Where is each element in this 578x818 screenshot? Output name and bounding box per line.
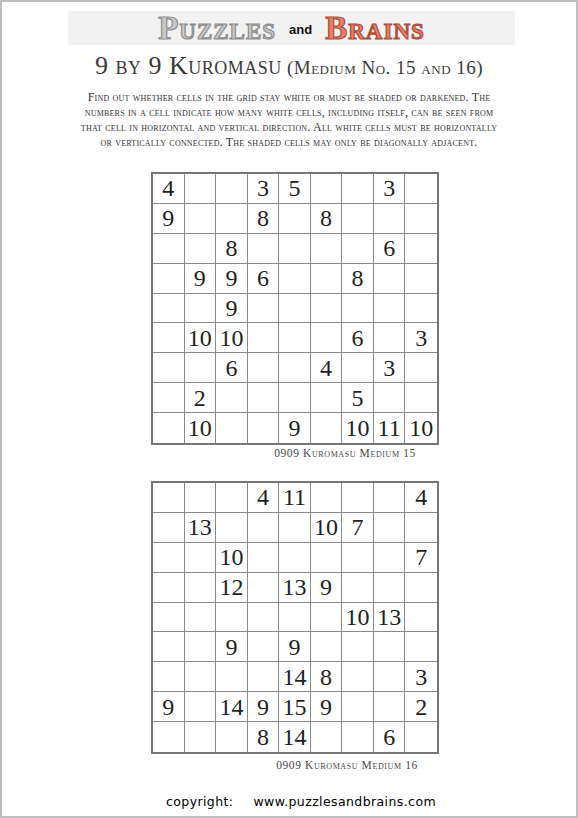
p16-cell-r4c8[interactable]: [374, 573, 406, 603]
p15-cell-r5c8[interactable]: [374, 294, 406, 324]
p16-cell-r1c2[interactable]: [185, 483, 217, 513]
p15-cell-r4c6[interactable]: [311, 264, 343, 294]
p16-cell-r6c6[interactable]: [311, 632, 343, 662]
p16-cell-r2c7[interactable]: 7: [342, 513, 374, 543]
p16-cell-r3c1[interactable]: [153, 543, 185, 573]
p15-cell-r6c7[interactable]: 6: [342, 323, 374, 353]
p15-cell-r9c8[interactable]: 11: [374, 413, 406, 443]
p15-cell-r7c3[interactable]: 6: [216, 353, 248, 383]
p15-cell-r8c7[interactable]: 5: [342, 383, 374, 413]
p15-cell-r6c1[interactable]: [153, 323, 185, 353]
p16-cell-r7c5[interactable]: 14: [279, 662, 311, 692]
p15-cell-r6c4[interactable]: [248, 323, 280, 353]
p16-cell-r4c3[interactable]: 12: [216, 573, 248, 603]
p15-cell-r9c9[interactable]: 10: [405, 413, 437, 443]
p15-cell-r3c8[interactable]: 6: [374, 234, 406, 264]
logo-and-text: and: [289, 20, 312, 37]
p15-cell-r3c4[interactable]: [248, 234, 280, 264]
p15-cell-r2c8[interactable]: [374, 204, 406, 234]
p15-cell-r1c6[interactable]: [311, 174, 343, 204]
p15-cell-r6c2[interactable]: 10: [185, 323, 217, 353]
p16-cell-r7c6[interactable]: 8: [311, 662, 343, 692]
p16-cell-r3c7[interactable]: [342, 543, 374, 573]
p16-cell-r9c4[interactable]: 8: [248, 722, 280, 752]
p15-cell-r6c9[interactable]: 3: [405, 323, 437, 353]
p15-cell-r3c7[interactable]: [342, 234, 374, 264]
p15-cell-r1c4[interactable]: 3: [248, 174, 280, 204]
p15-cell-r7c5[interactable]: [279, 353, 311, 383]
p16-cell-r2c6[interactable]: 10: [311, 513, 343, 543]
p16-cell-r2c3[interactable]: [216, 513, 248, 543]
title-main: 9 by 9 Kuromasu: [95, 51, 282, 80]
p15-cell-r6c5[interactable]: [279, 323, 311, 353]
p16-cell-r8c6[interactable]: 9: [311, 692, 343, 722]
p16-cell-r8c9[interactable]: 2: [405, 692, 437, 722]
p15-cell-r7c6[interactable]: 4: [311, 353, 343, 383]
p16-cell-r4c9[interactable]: [405, 573, 437, 603]
page: Puzzles and Brains 9 by 9 Kuromasu (Medi…: [0, 0, 578, 818]
p15-cell-r2c9[interactable]: [405, 204, 437, 234]
p15-cell-r8c1[interactable]: [153, 383, 185, 413]
p16-cell-r4c2[interactable]: [185, 573, 217, 603]
p16-cell-r7c1[interactable]: [153, 662, 185, 692]
p16-cell-r3c3[interactable]: 10: [216, 543, 248, 573]
p15-cell-r7c8[interactable]: 3: [374, 353, 406, 383]
puzzle-caption-16: 0909 Kuromasu Medium 16: [276, 759, 418, 771]
site-url: www.puzzlesandbrains.com: [253, 794, 436, 809]
p15-cell-r8c3[interactable]: [216, 383, 248, 413]
logo-brains-text: Brains: [325, 12, 425, 45]
p16-cell-r9c6[interactable]: [311, 722, 343, 752]
p16-cell-r6c9[interactable]: [405, 632, 437, 662]
p15-cell-r3c2[interactable]: [185, 234, 217, 264]
p16-cell-r4c1[interactable]: [153, 573, 185, 603]
p15-cell-r4c1[interactable]: [153, 264, 185, 294]
p15-cell-r1c9[interactable]: [405, 174, 437, 204]
p15-cell-r7c4[interactable]: [248, 353, 280, 383]
p16-cell-r1c4[interactable]: 4: [248, 483, 280, 513]
p16-cell-r9c7[interactable]: [342, 722, 374, 752]
p15-cell-r4c3[interactable]: 9: [216, 264, 248, 294]
p15-cell-r8c2[interactable]: 2: [185, 383, 217, 413]
p15-cell-r3c3[interactable]: 8: [216, 234, 248, 264]
instruction-line-3: that cell in horizontal and vertical dir…: [9, 120, 569, 135]
p16-cell-r4c4[interactable]: [248, 573, 280, 603]
p15-cell-r1c5[interactable]: 5: [279, 174, 311, 204]
p16-cell-r4c5[interactable]: 13: [279, 573, 311, 603]
p16-cell-r8c7[interactable]: [342, 692, 374, 722]
p16-cell-r3c8[interactable]: [374, 543, 406, 573]
p16-cell-r4c7[interactable]: [342, 573, 374, 603]
p15-cell-r8c8[interactable]: [374, 383, 406, 413]
p15-cell-r4c2[interactable]: 9: [185, 264, 217, 294]
p16-cell-r7c7[interactable]: [342, 662, 374, 692]
p15-cell-r9c5[interactable]: 9: [279, 413, 311, 443]
p16-cell-r5c4[interactable]: [248, 603, 280, 633]
p16-cell-r3c9[interactable]: 7: [405, 543, 437, 573]
p16-cell-r6c8[interactable]: [374, 632, 406, 662]
p16-cell-r9c2[interactable]: [185, 722, 217, 752]
p16-cell-r8c4[interactable]: 9: [248, 692, 280, 722]
p15-cell-r9c4[interactable]: [248, 413, 280, 443]
p15-cell-r4c9[interactable]: [405, 264, 437, 294]
p16-cell-r2c4[interactable]: [248, 513, 280, 543]
p15-cell-r9c3[interactable]: [216, 413, 248, 443]
p16-cell-r4c6[interactable]: 9: [311, 573, 343, 603]
p16-cell-r6c3[interactable]: 9: [216, 632, 248, 662]
p15-cell-r3c9[interactable]: [405, 234, 437, 264]
instruction-line-4: or vertically connected. The shaded cell…: [9, 135, 569, 150]
p15-cell-r4c5[interactable]: [279, 264, 311, 294]
p15-cell-r9c6[interactable]: [311, 413, 343, 443]
p15-cell-r9c7[interactable]: 10: [342, 413, 374, 443]
p15-cell-r2c1[interactable]: 9: [153, 204, 185, 234]
header-banner: Puzzles and Brains: [68, 11, 515, 45]
p16-cell-r9c8[interactable]: 6: [374, 722, 406, 752]
page-title: 9 by 9 Kuromasu (Medium No. 15 and 16): [2, 51, 576, 81]
p16-cell-r1c6[interactable]: [311, 483, 343, 513]
p15-cell-r8c4[interactable]: [248, 383, 280, 413]
p16-cell-r3c2[interactable]: [185, 543, 217, 573]
p15-cell-r1c2[interactable]: [185, 174, 217, 204]
p15-cell-r9c2[interactable]: 10: [185, 413, 217, 443]
p15-cell-r1c3[interactable]: [216, 174, 248, 204]
p15-cell-r4c8[interactable]: [374, 264, 406, 294]
p15-cell-r4c7[interactable]: 8: [342, 264, 374, 294]
p15-cell-r8c9[interactable]: [405, 383, 437, 413]
p16-cell-r6c7[interactable]: [342, 632, 374, 662]
p15-cell-r9c1[interactable]: [153, 413, 185, 443]
p16-cell-r7c9[interactable]: 3: [405, 662, 437, 692]
p15-cell-r7c9[interactable]: [405, 353, 437, 383]
instruction-line-1: Find out whether cells in the grid stay …: [9, 90, 569, 105]
p15-cell-r3c1[interactable]: [153, 234, 185, 264]
p16-cell-r1c3[interactable]: [216, 483, 248, 513]
p15-cell-r5c6[interactable]: [311, 294, 343, 324]
p16-cell-r8c5[interactable]: 15: [279, 692, 311, 722]
p15-cell-r6c8[interactable]: [374, 323, 406, 353]
p15-cell-r6c3[interactable]: 10: [216, 323, 248, 353]
p16-cell-r2c2[interactable]: 13: [185, 513, 217, 543]
p16-cell-r2c9[interactable]: [405, 513, 437, 543]
logo-puzzles-text: Puzzles: [158, 12, 276, 45]
p15-cell-r5c4[interactable]: [248, 294, 280, 324]
p16-cell-r1c9[interactable]: 4: [405, 483, 437, 513]
p15-cell-r7c2[interactable]: [185, 353, 217, 383]
p15-cell-r1c8[interactable]: 3: [374, 174, 406, 204]
p15-cell-r2c7[interactable]: [342, 204, 374, 234]
p16-cell-r5c8[interactable]: 13: [374, 603, 406, 633]
kuromasu-grid-medium-15: 4353988869968910106364325109101110: [151, 172, 439, 445]
p16-cell-r9c5[interactable]: 14: [279, 722, 311, 752]
p16-cell-r8c8[interactable]: [374, 692, 406, 722]
p16-cell-r2c5[interactable]: [279, 513, 311, 543]
p15-cell-r6c6[interactable]: [311, 323, 343, 353]
footer: copyright: www.puzzlesandbrains.com: [14, 794, 578, 809]
p16-cell-r2c8[interactable]: [374, 513, 406, 543]
p15-cell-r5c1[interactable]: [153, 294, 185, 324]
p15-cell-r2c5[interactable]: [279, 204, 311, 234]
p16-cell-r9c9[interactable]: [405, 722, 437, 752]
p16-cell-r6c1[interactable]: [153, 632, 185, 662]
p16-cell-r5c6[interactable]: [311, 603, 343, 633]
p16-cell-r1c8[interactable]: [374, 483, 406, 513]
p16-cell-r7c3[interactable]: [216, 662, 248, 692]
title-sub: (Medium No. 15 and 16): [282, 57, 483, 78]
p16-cell-r8c2[interactable]: [185, 692, 217, 722]
p16-cell-r6c2[interactable]: [185, 632, 217, 662]
p15-cell-r5c5[interactable]: [279, 294, 311, 324]
p16-cell-r5c2[interactable]: [185, 603, 217, 633]
p16-cell-r9c1[interactable]: [153, 722, 185, 752]
kuromasu-grid-medium-16: 411413107107121391013991483914915928146: [151, 481, 439, 754]
instruction-line-2: numbers in a cell indicate how many whit…: [9, 105, 569, 120]
puzzle-caption-15: 0909 Kuromasu Medium 15: [274, 447, 416, 459]
p15-cell-r5c9[interactable]: [405, 294, 437, 324]
p15-cell-r8c5[interactable]: [279, 383, 311, 413]
p16-cell-r3c6[interactable]: [311, 543, 343, 573]
p15-cell-r2c6[interactable]: 8: [311, 204, 343, 234]
p15-cell-r1c1[interactable]: 4: [153, 174, 185, 204]
p15-cell-r3c6[interactable]: [311, 234, 343, 264]
p15-cell-r4c4[interactable]: 6: [248, 264, 280, 294]
p16-cell-r5c1[interactable]: [153, 603, 185, 633]
p16-cell-r8c1[interactable]: 9: [153, 692, 185, 722]
p16-cell-r5c5[interactable]: [279, 603, 311, 633]
p15-cell-r5c3[interactable]: 9: [216, 294, 248, 324]
p16-cell-r2c1[interactable]: [153, 513, 185, 543]
p15-cell-r1c7[interactable]: [342, 174, 374, 204]
p15-cell-r3c5[interactable]: [279, 234, 311, 264]
p16-cell-r6c4[interactable]: [248, 632, 280, 662]
p16-cell-r3c4[interactable]: [248, 543, 280, 573]
p16-cell-r1c1[interactable]: [153, 483, 185, 513]
p15-cell-r7c1[interactable]: [153, 353, 185, 383]
p16-cell-r1c5[interactable]: 11: [279, 483, 311, 513]
p16-cell-r7c2[interactable]: [185, 662, 217, 692]
copyright-label: copyright:: [166, 794, 233, 809]
p15-cell-r2c2[interactable]: [185, 204, 217, 234]
p16-cell-r5c9[interactable]: [405, 603, 437, 633]
p16-cell-r9c3[interactable]: [216, 722, 248, 752]
p16-cell-r1c7[interactable]: [342, 483, 374, 513]
p16-cell-r5c3[interactable]: [216, 603, 248, 633]
p16-cell-r3c5[interactable]: [279, 543, 311, 573]
p15-cell-r8c6[interactable]: [311, 383, 343, 413]
p15-cell-r5c7[interactable]: [342, 294, 374, 324]
p16-cell-r6c5[interactable]: 9: [279, 632, 311, 662]
p15-cell-r7c7[interactable]: [342, 353, 374, 383]
p16-cell-r8c3[interactable]: 14: [216, 692, 248, 722]
p16-cell-r7c4[interactable]: [248, 662, 280, 692]
p15-cell-r2c4[interactable]: 8: [248, 204, 280, 234]
p15-cell-r5c2[interactable]: [185, 294, 217, 324]
p16-cell-r7c8[interactable]: [374, 662, 406, 692]
instructions-text: Find out whether cells in the grid stay …: [9, 90, 569, 150]
p15-cell-r2c3[interactable]: [216, 204, 248, 234]
p16-cell-r5c7[interactable]: 10: [342, 603, 374, 633]
